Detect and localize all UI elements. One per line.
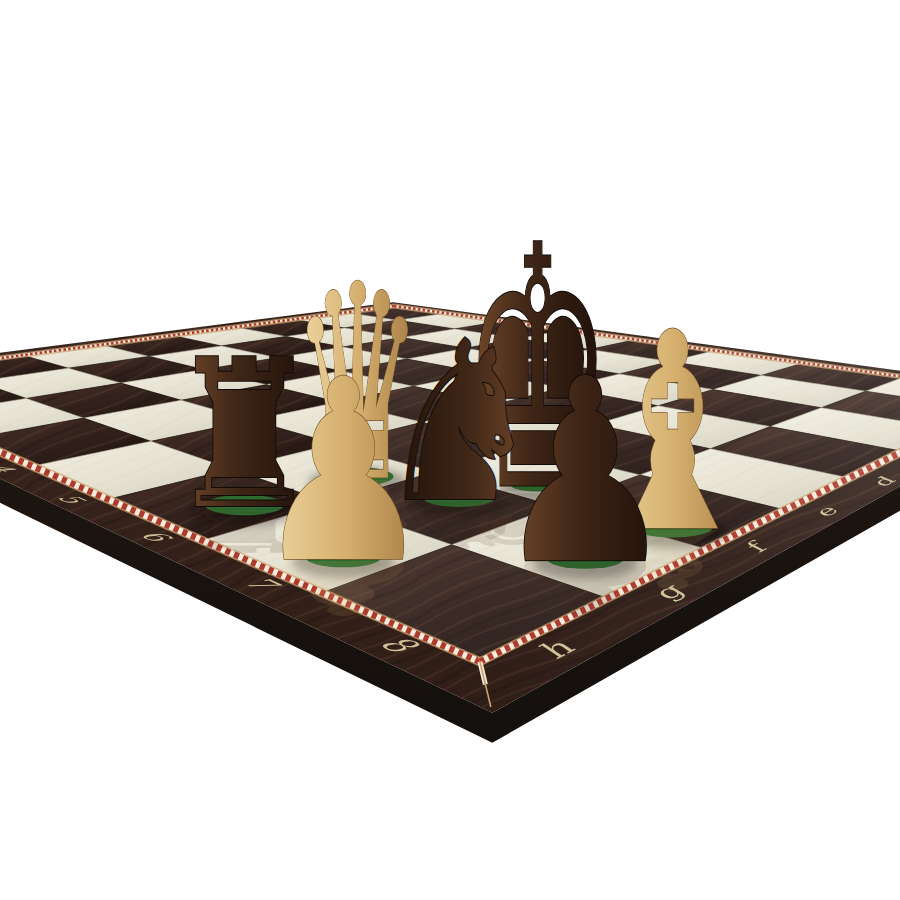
chess-product-photo: 45678cdefgh♛♛♚♚♞♞♜♜♝♝♟♟♟♟	[0, 0, 900, 900]
light-pawn-glyph: ♟	[253, 326, 433, 619]
chess-board: 45678cdefgh♛♛♚♚♞♞♜♜♝♝♟♟♟♟	[0, 0, 900, 900]
piece-light-pawn-h7: ♟♟	[253, 326, 433, 631]
dark-pawn-glyph: ♟	[494, 325, 676, 620]
pieces-layer: ♛♛♚♚♞♞♜♜♝♝♟♟♟♟	[167, 175, 758, 632]
piece-dark-pawn-g8: ♟♟	[494, 325, 676, 633]
